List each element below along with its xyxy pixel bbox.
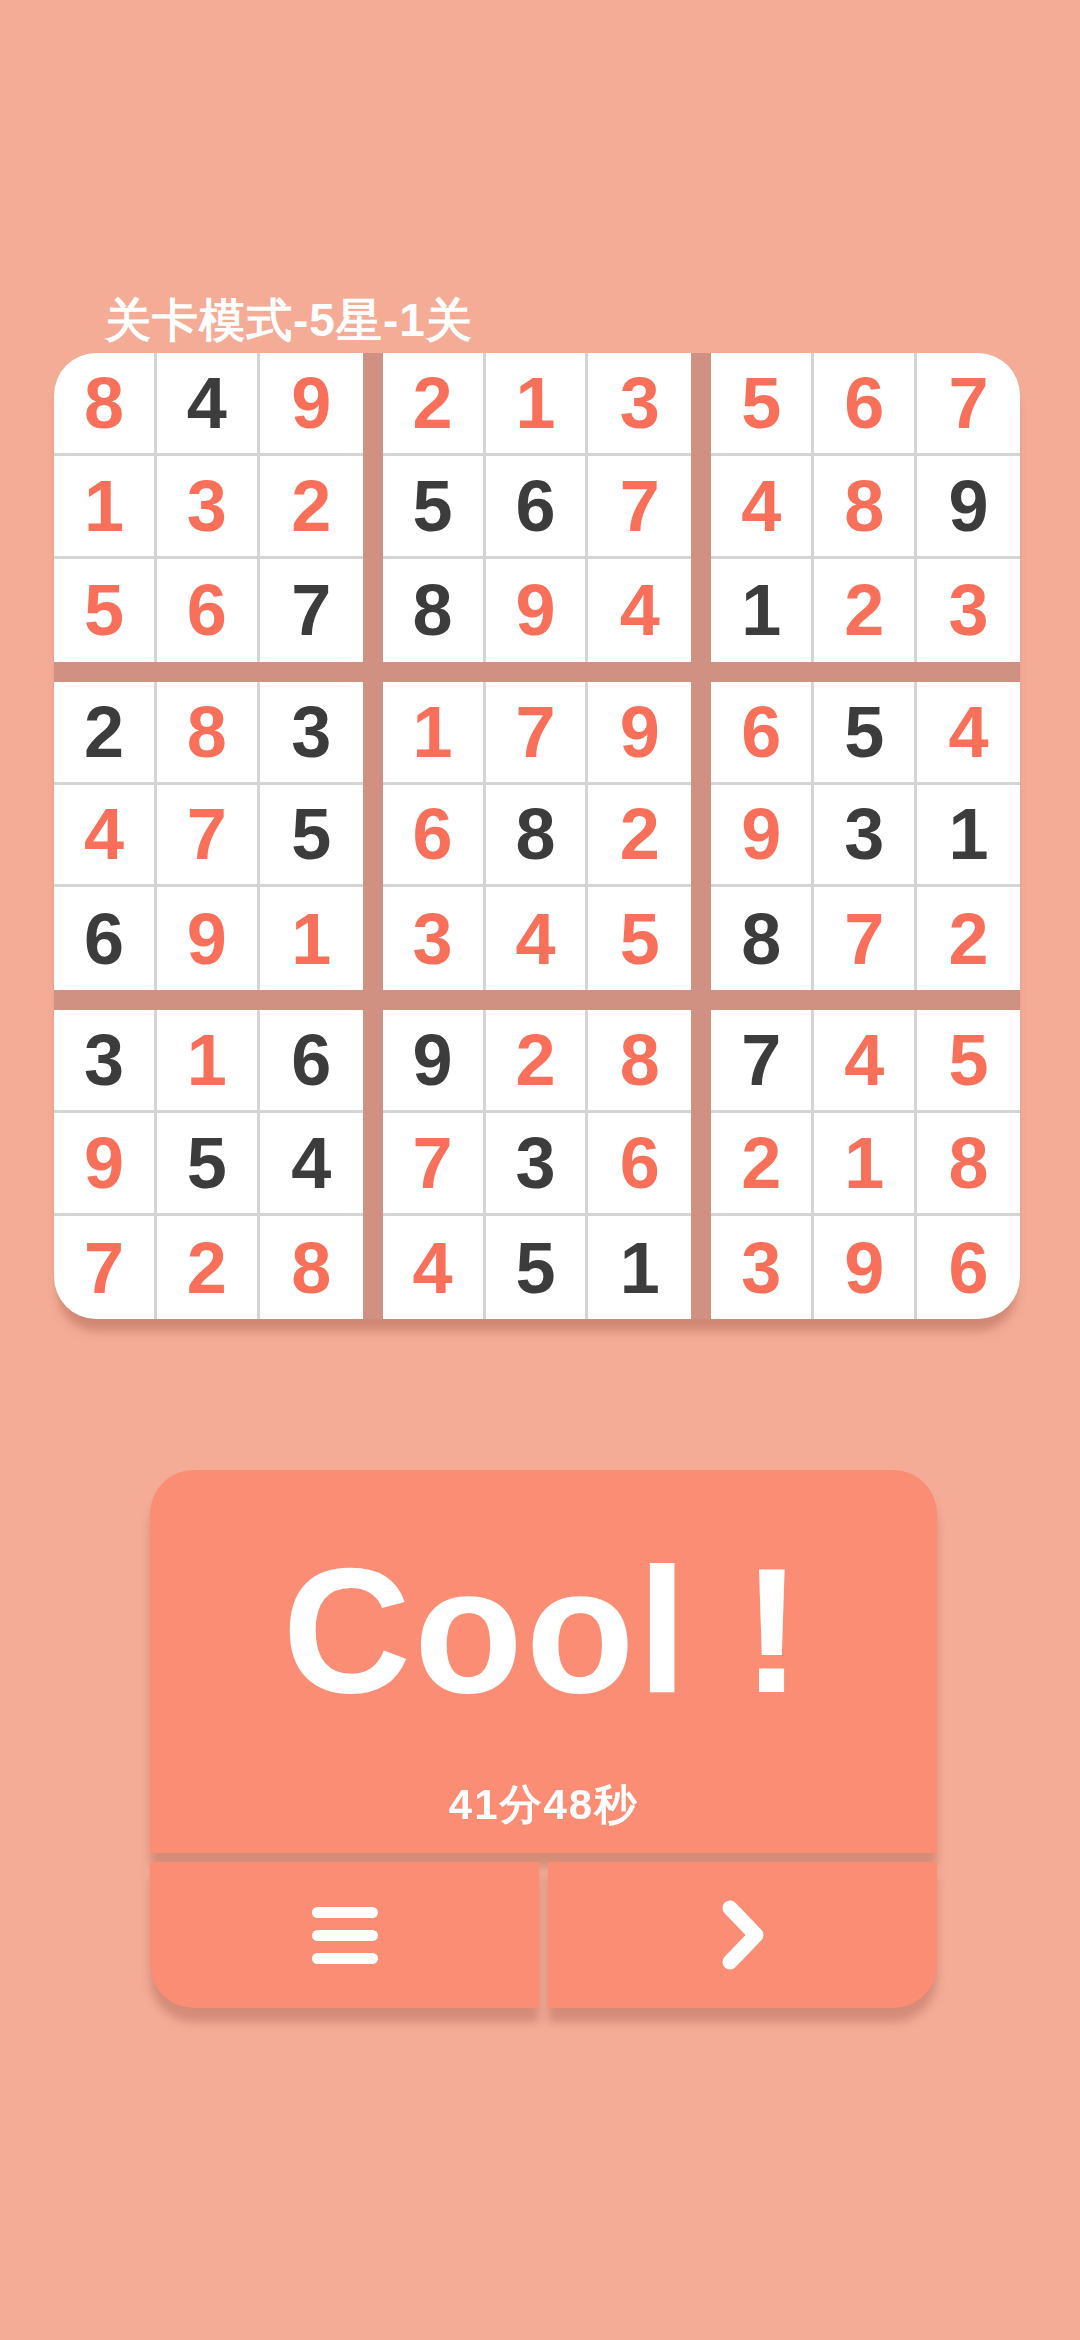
- cell-r3c5[interactable]: 9: [486, 559, 589, 662]
- cell-r6c5[interactable]: 4: [486, 887, 589, 990]
- sudoku-box: 316954728: [54, 1010, 363, 1319]
- sudoku-board: 8491325672135678945674891232834756911796…: [54, 353, 1020, 1319]
- cell-r6c4[interactable]: 3: [383, 887, 486, 990]
- cell-r5c9[interactable]: 1: [917, 785, 1020, 888]
- cell-r8c5[interactable]: 3: [486, 1113, 589, 1216]
- cell-r8c1[interactable]: 9: [54, 1113, 157, 1216]
- cell-r2c8[interactable]: 8: [814, 456, 917, 559]
- cell-r6c7[interactable]: 8: [711, 887, 814, 990]
- cell-r9c1[interactable]: 7: [54, 1216, 157, 1319]
- cell-r5c6[interactable]: 2: [588, 785, 691, 888]
- cell-r3c2[interactable]: 6: [157, 559, 260, 662]
- cell-r7c7[interactable]: 7: [711, 1010, 814, 1113]
- cell-r4c6[interactable]: 9: [588, 682, 691, 785]
- cell-r8c2[interactable]: 5: [157, 1113, 260, 1216]
- cell-r4c3[interactable]: 3: [260, 682, 363, 785]
- cell-r8c7[interactable]: 2: [711, 1113, 814, 1216]
- cell-r4c7[interactable]: 6: [711, 682, 814, 785]
- cell-r1c4[interactable]: 2: [383, 353, 486, 456]
- cell-r3c9[interactable]: 3: [917, 559, 1020, 662]
- cell-r3c3[interactable]: 7: [260, 559, 363, 662]
- cell-r2c2[interactable]: 3: [157, 456, 260, 559]
- cell-r9c8[interactable]: 9: [814, 1216, 917, 1319]
- cell-r7c8[interactable]: 4: [814, 1010, 917, 1113]
- completion-time: 41分48秒: [449, 1777, 638, 1833]
- level-title: 关卡模式-5星-1关: [105, 290, 473, 352]
- cell-r2c5[interactable]: 6: [486, 456, 589, 559]
- cell-r9c9[interactable]: 6: [917, 1216, 1020, 1319]
- cell-r8c4[interactable]: 7: [383, 1113, 486, 1216]
- sudoku-box: 849132567: [54, 353, 363, 662]
- sudoku-box: 654931872: [711, 682, 1020, 991]
- chevron-right-icon: [718, 1896, 768, 1974]
- cell-r7c6[interactable]: 8: [588, 1010, 691, 1113]
- cell-r5c5[interactable]: 8: [486, 785, 589, 888]
- cell-r3c7[interactable]: 1: [711, 559, 814, 662]
- cell-r2c9[interactable]: 9: [917, 456, 1020, 559]
- cell-r6c2[interactable]: 9: [157, 887, 260, 990]
- cell-r3c1[interactable]: 5: [54, 559, 157, 662]
- cell-r4c8[interactable]: 5: [814, 682, 917, 785]
- cell-r6c1[interactable]: 6: [54, 887, 157, 990]
- menu-button[interactable]: [150, 1862, 539, 2008]
- cell-r7c2[interactable]: 1: [157, 1010, 260, 1113]
- next-level-button[interactable]: [548, 1862, 937, 2008]
- completion-panel: Cool ! 41分48秒: [150, 1470, 937, 1853]
- cell-r2c1[interactable]: 1: [54, 456, 157, 559]
- cell-r7c5[interactable]: 2: [486, 1010, 589, 1113]
- cell-r5c8[interactable]: 3: [814, 785, 917, 888]
- cell-r9c7[interactable]: 3: [711, 1216, 814, 1319]
- hamburger-icon: [312, 1907, 378, 1964]
- cell-r9c5[interactable]: 5: [486, 1216, 589, 1319]
- cell-r7c9[interactable]: 5: [917, 1010, 1020, 1113]
- cell-r3c4[interactable]: 8: [383, 559, 486, 662]
- completion-title: Cool !: [282, 1470, 804, 1777]
- cell-r5c2[interactable]: 7: [157, 785, 260, 888]
- sudoku-box: 179682345: [383, 682, 692, 991]
- cell-r1c3[interactable]: 9: [260, 353, 363, 456]
- cell-r4c1[interactable]: 2: [54, 682, 157, 785]
- cell-r2c6[interactable]: 7: [588, 456, 691, 559]
- cell-r9c4[interactable]: 4: [383, 1216, 486, 1319]
- cell-r1c8[interactable]: 6: [814, 353, 917, 456]
- cell-r9c2[interactable]: 2: [157, 1216, 260, 1319]
- cell-r3c6[interactable]: 4: [588, 559, 691, 662]
- completion-dialog: Cool ! 41分48秒: [150, 1470, 937, 2008]
- cell-r4c4[interactable]: 1: [383, 682, 486, 785]
- sudoku-box: 928736451: [383, 1010, 692, 1319]
- cell-r1c2[interactable]: 4: [157, 353, 260, 456]
- cell-r7c3[interactable]: 6: [260, 1010, 363, 1113]
- cell-r6c8[interactable]: 7: [814, 887, 917, 990]
- sudoku-box: 213567894: [383, 353, 692, 662]
- sudoku-app-screen: { "game": "sudoku", "screen": { "title":…: [0, 0, 1080, 2340]
- cell-r1c6[interactable]: 3: [588, 353, 691, 456]
- cell-r7c1[interactable]: 3: [54, 1010, 157, 1113]
- cell-r6c9[interactable]: 2: [917, 887, 1020, 990]
- cell-r4c5[interactable]: 7: [486, 682, 589, 785]
- cell-r7c4[interactable]: 9: [383, 1010, 486, 1113]
- cell-r5c1[interactable]: 4: [54, 785, 157, 888]
- cell-r5c3[interactable]: 5: [260, 785, 363, 888]
- cell-r2c4[interactable]: 5: [383, 456, 486, 559]
- cell-r1c9[interactable]: 7: [917, 353, 1020, 456]
- cell-r9c3[interactable]: 8: [260, 1216, 363, 1319]
- cell-r3c8[interactable]: 2: [814, 559, 917, 662]
- cell-r8c6[interactable]: 6: [588, 1113, 691, 1216]
- sudoku-box: 745218396: [711, 1010, 1020, 1319]
- cell-r9c6[interactable]: 1: [588, 1216, 691, 1319]
- cell-r2c3[interactable]: 2: [260, 456, 363, 559]
- dialog-button-row: [150, 1862, 937, 2008]
- cell-r6c6[interactable]: 5: [588, 887, 691, 990]
- cell-r1c7[interactable]: 5: [711, 353, 814, 456]
- cell-r4c9[interactable]: 4: [917, 682, 1020, 785]
- cell-r1c1[interactable]: 8: [54, 353, 157, 456]
- cell-r2c7[interactable]: 4: [711, 456, 814, 559]
- cell-r8c9[interactable]: 8: [917, 1113, 1020, 1216]
- cell-r5c7[interactable]: 9: [711, 785, 814, 888]
- cell-r4c2[interactable]: 8: [157, 682, 260, 785]
- cell-r8c8[interactable]: 1: [814, 1113, 917, 1216]
- cell-r5c4[interactable]: 6: [383, 785, 486, 888]
- sudoku-box: 567489123: [711, 353, 1020, 662]
- cell-r1c5[interactable]: 1: [486, 353, 589, 456]
- sudoku-box: 283475691: [54, 682, 363, 991]
- cell-r6c3[interactable]: 1: [260, 887, 363, 990]
- cell-r8c3[interactable]: 4: [260, 1113, 363, 1216]
